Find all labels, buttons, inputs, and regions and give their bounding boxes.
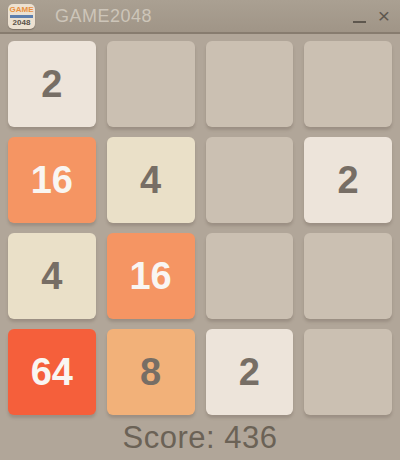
empty-cell: [206, 233, 294, 319]
score-bar: Score: 436: [0, 415, 400, 460]
tile-8: 8: [107, 329, 195, 415]
window-title: GAME2048: [55, 6, 152, 27]
empty-cell: [206, 41, 294, 127]
empty-cell: [304, 233, 392, 319]
tile-2: 2: [304, 137, 392, 223]
app-icon-game-label: GAME: [10, 6, 34, 14]
game-window: GAME 2048 GAME2048 × 216424166482 Score:…: [0, 0, 400, 460]
tile-16: 16: [8, 137, 96, 223]
empty-cell: [206, 137, 294, 223]
app-icon-2048-label: 2048: [13, 19, 31, 27]
tile-2: 2: [8, 41, 96, 127]
empty-cell: [304, 329, 392, 415]
tile-4: 4: [107, 137, 195, 223]
tile-16: 16: [107, 233, 195, 319]
minimize-icon: [353, 21, 366, 23]
score-text: Score: 436: [123, 420, 278, 456]
tile-2: 2: [206, 329, 294, 415]
empty-cell: [107, 41, 195, 127]
empty-cell: [304, 41, 392, 127]
board[interactable]: 216424166482: [0, 34, 400, 415]
tile-4: 4: [8, 233, 96, 319]
minimize-button[interactable]: [352, 6, 368, 26]
tile-64: 64: [8, 329, 96, 415]
window-controls: ×: [352, 6, 390, 26]
app-icon: GAME 2048: [8, 4, 35, 29]
close-button[interactable]: ×: [378, 6, 390, 26]
title-bar: GAME 2048 GAME2048 ×: [0, 0, 400, 34]
